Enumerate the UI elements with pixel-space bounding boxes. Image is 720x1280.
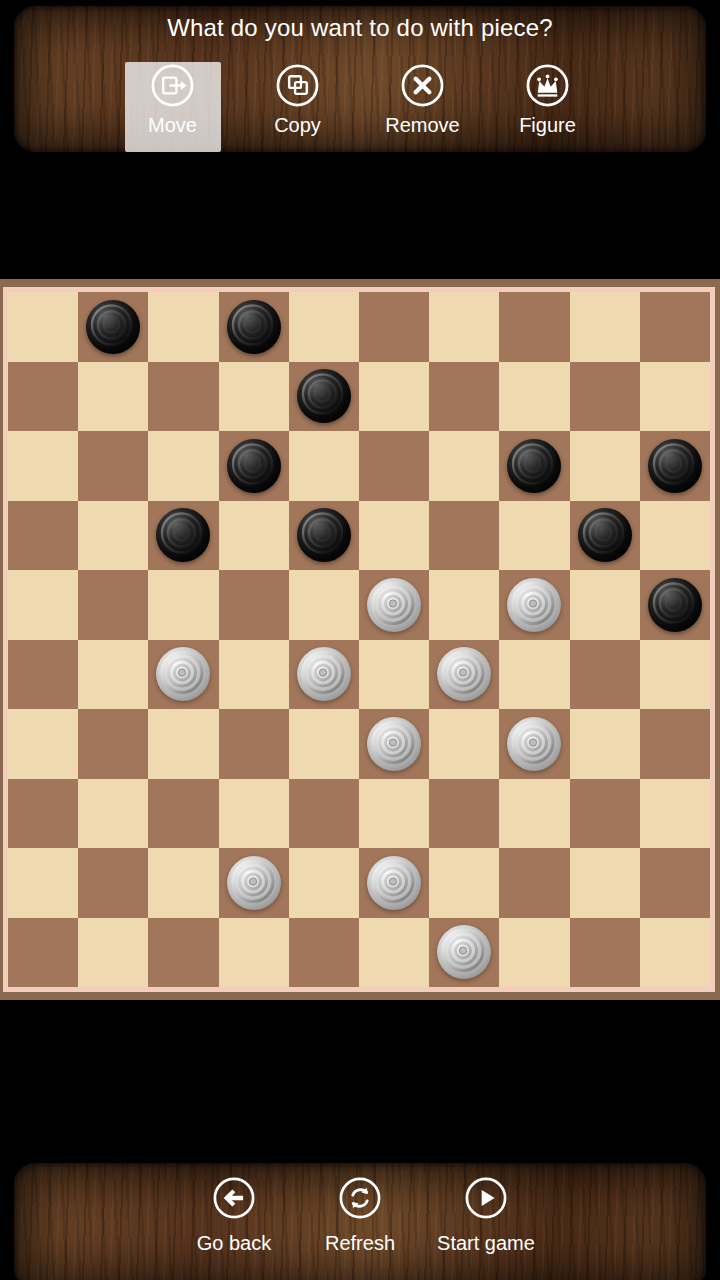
board-cell[interactable] <box>219 848 289 918</box>
board-cell[interactable] <box>359 918 429 988</box>
board-cell[interactable] <box>499 848 569 918</box>
board-cell[interactable] <box>570 848 640 918</box>
toolbar-row: Go back Refresh <box>14 1177 706 1277</box>
board-cell[interactable] <box>570 292 640 362</box>
refresh-label: Refresh <box>325 1232 395 1255</box>
play-icon <box>465 1177 507 1219</box>
board-cell[interactable] <box>429 779 499 849</box>
board-cell[interactable] <box>640 848 710 918</box>
white-piece[interactable] <box>155 646 211 702</box>
board-cell[interactable] <box>640 779 710 849</box>
board-border <box>3 287 715 992</box>
board-cell[interactable] <box>148 501 218 571</box>
board-cell[interactable] <box>429 431 499 501</box>
copy-icon <box>276 64 319 107</box>
white-piece[interactable] <box>436 924 492 980</box>
board-cell[interactable] <box>219 362 289 432</box>
board-cell[interactable] <box>359 431 429 501</box>
board-cell[interactable] <box>219 501 289 571</box>
dialog-action-row: Move Copy <box>14 62 706 152</box>
board-cell[interactable] <box>570 570 640 640</box>
copy-label: Copy <box>274 114 321 137</box>
board-cell[interactable] <box>219 292 289 362</box>
board-cell[interactable] <box>148 362 218 432</box>
board-cell[interactable] <box>359 570 429 640</box>
go-back-label: Go back <box>197 1232 271 1255</box>
black-piece[interactable] <box>155 507 211 563</box>
board-cell[interactable] <box>570 431 640 501</box>
board-cell[interactable] <box>289 779 359 849</box>
board-cell[interactable] <box>78 362 148 432</box>
start-game-label: Start game <box>437 1232 535 1255</box>
board-cell[interactable] <box>359 292 429 362</box>
black-piece[interactable] <box>85 299 141 355</box>
board-cell[interactable] <box>359 362 429 432</box>
board-cell[interactable] <box>499 709 569 779</box>
board-cell[interactable] <box>640 918 710 988</box>
board-cell[interactable] <box>289 918 359 988</box>
white-piece[interactable] <box>366 855 422 911</box>
board-cell[interactable] <box>289 501 359 571</box>
white-piece[interactable] <box>296 646 352 702</box>
board-cell[interactable] <box>289 362 359 432</box>
board-cell[interactable] <box>570 779 640 849</box>
board-cell[interactable] <box>499 640 569 710</box>
board-cell[interactable] <box>289 431 359 501</box>
figure-label: Figure <box>519 114 576 137</box>
board-cell[interactable] <box>148 431 218 501</box>
board-cell[interactable] <box>148 779 218 849</box>
figure-icon <box>526 64 569 107</box>
white-piece[interactable] <box>506 577 562 633</box>
black-piece[interactable] <box>296 507 352 563</box>
board-cell[interactable] <box>219 779 289 849</box>
move-button[interactable]: Move <box>125 62 221 152</box>
board-cell[interactable] <box>8 501 78 571</box>
black-piece[interactable] <box>577 507 633 563</box>
board-cell[interactable] <box>8 779 78 849</box>
board-cell[interactable] <box>499 570 569 640</box>
board-cell[interactable] <box>78 431 148 501</box>
app-screen: What do you want to do with piece? Move <box>0 0 720 1280</box>
board-cell[interactable] <box>148 918 218 988</box>
remove-button[interactable]: Remove <box>375 62 471 152</box>
board-cell[interactable] <box>8 848 78 918</box>
board-cell[interactable] <box>570 709 640 779</box>
board-cell[interactable] <box>8 918 78 988</box>
refresh-icon <box>339 1177 381 1219</box>
board-cell[interactable] <box>499 362 569 432</box>
board-cell[interactable] <box>8 570 78 640</box>
board-cell[interactable] <box>289 292 359 362</box>
board-cell[interactable] <box>78 779 148 849</box>
board-cell[interactable] <box>78 570 148 640</box>
board-cell[interactable] <box>78 292 148 362</box>
board-cell[interactable] <box>429 640 499 710</box>
white-piece[interactable] <box>506 716 562 772</box>
board-cell[interactable] <box>219 918 289 988</box>
board-cell[interactable] <box>429 848 499 918</box>
board-cell[interactable] <box>499 431 569 501</box>
board-cell[interactable] <box>359 709 429 779</box>
piece-action-dialog: What do you want to do with piece? Move <box>14 6 706 152</box>
move-label: Move <box>148 114 197 137</box>
board-cell[interactable] <box>570 918 640 988</box>
board-cell[interactable] <box>219 709 289 779</box>
board-cell[interactable] <box>359 848 429 918</box>
board-cell[interactable] <box>8 292 78 362</box>
white-piece[interactable] <box>366 577 422 633</box>
board-cell[interactable] <box>429 292 499 362</box>
board-cell[interactable] <box>289 570 359 640</box>
board-cell[interactable] <box>8 709 78 779</box>
board-cell[interactable] <box>640 709 710 779</box>
black-piece[interactable] <box>226 438 282 494</box>
board-cell[interactable] <box>148 570 218 640</box>
board-cell[interactable] <box>148 709 218 779</box>
board-cell[interactable] <box>8 640 78 710</box>
dialog-title: What do you want to do with piece? <box>14 14 706 42</box>
go-back-button[interactable]: Go back <box>184 1177 284 1277</box>
board-cell[interactable] <box>429 570 499 640</box>
board-cell[interactable] <box>8 362 78 432</box>
board-cell[interactable] <box>78 640 148 710</box>
board-cell[interactable] <box>499 292 569 362</box>
white-piece[interactable] <box>226 855 282 911</box>
black-piece[interactable] <box>296 368 352 424</box>
board-cell[interactable] <box>219 640 289 710</box>
board-cell[interactable] <box>429 709 499 779</box>
copy-button[interactable]: Copy <box>250 62 346 152</box>
board-cell[interactable] <box>499 918 569 988</box>
move-icon <box>151 64 194 107</box>
board-cell[interactable] <box>78 918 148 988</box>
black-piece[interactable] <box>647 577 703 633</box>
start-game-button[interactable]: Start game <box>436 1177 536 1277</box>
board-cell[interactable] <box>359 640 429 710</box>
board-cell[interactable] <box>289 848 359 918</box>
bottom-toolbar: Go back Refresh <box>14 1163 706 1280</box>
board-cell[interactable] <box>148 640 218 710</box>
board-cell[interactable] <box>570 640 640 710</box>
board-cell[interactable] <box>499 779 569 849</box>
back-icon <box>213 1177 255 1219</box>
board-cell[interactable] <box>640 640 710 710</box>
board-cell[interactable] <box>289 709 359 779</box>
board-cell[interactable] <box>640 292 710 362</box>
white-piece[interactable] <box>366 716 422 772</box>
black-piece[interactable] <box>226 299 282 355</box>
board-cell[interactable] <box>359 501 429 571</box>
checkers-board <box>8 292 710 987</box>
board-cell[interactable] <box>78 501 148 571</box>
black-piece[interactable] <box>506 438 562 494</box>
refresh-button[interactable]: Refresh <box>310 1177 410 1277</box>
board-cell[interactable] <box>289 640 359 710</box>
black-piece[interactable] <box>647 438 703 494</box>
board-cell[interactable] <box>640 501 710 571</box>
board-cell[interactable] <box>148 848 218 918</box>
remove-label: Remove <box>385 114 459 137</box>
board-cell[interactable] <box>219 431 289 501</box>
board-cell[interactable] <box>8 431 78 501</box>
board-cell[interactable] <box>429 362 499 432</box>
board-cell[interactable] <box>640 431 710 501</box>
remove-icon <box>401 64 444 107</box>
board-cell[interactable] <box>219 570 289 640</box>
white-piece[interactable] <box>436 646 492 702</box>
figure-button[interactable]: Figure <box>500 62 596 152</box>
board-cell[interactable] <box>429 918 499 988</box>
board-cell[interactable] <box>359 779 429 849</box>
board-cell[interactable] <box>78 709 148 779</box>
board-cell[interactable] <box>78 848 148 918</box>
board-cell[interactable] <box>148 292 218 362</box>
board-frame <box>0 279 720 1000</box>
board-cell[interactable] <box>499 501 569 571</box>
board-cell[interactable] <box>570 501 640 571</box>
board-cell[interactable] <box>640 362 710 432</box>
board-cell[interactable] <box>640 570 710 640</box>
board-cell[interactable] <box>429 501 499 571</box>
board-cell[interactable] <box>570 362 640 432</box>
